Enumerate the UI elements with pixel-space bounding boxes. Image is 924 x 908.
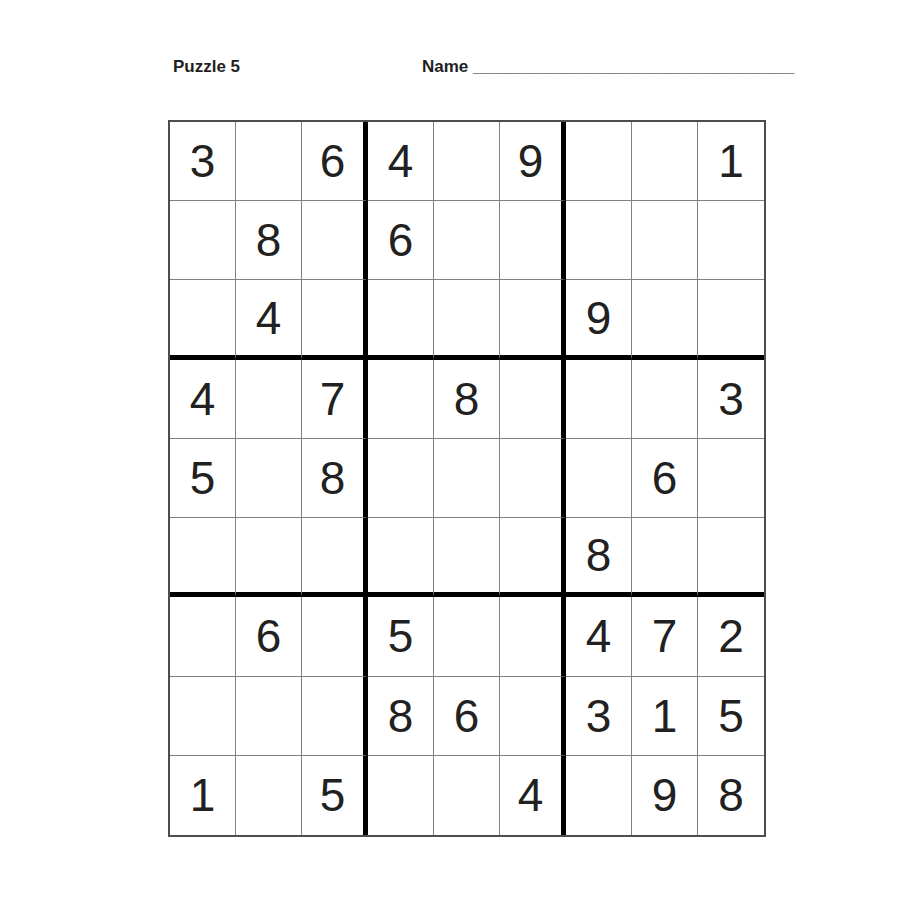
cell-r8c4[interactable]: 8 [368,677,434,756]
cell-r7c6[interactable] [500,597,566,676]
cell-r2c2[interactable]: 8 [236,201,302,280]
cell-r3c5[interactable] [434,280,500,359]
cell-r4c6[interactable] [500,360,566,439]
cell-r9c5[interactable] [434,756,500,835]
cell-r5c7[interactable] [566,439,632,518]
cell-r2c4[interactable]: 6 [368,201,434,280]
cell-r6c7[interactable]: 8 [566,518,632,597]
cell-r1c6[interactable]: 9 [500,122,566,201]
cell-r6c6[interactable] [500,518,566,597]
cell-r4c3[interactable]: 7 [302,360,368,439]
cell-r2c1[interactable] [170,201,236,280]
cell-r5c6[interactable] [500,439,566,518]
cell-r4c4[interactable] [368,360,434,439]
cell-r7c3[interactable] [302,597,368,676]
cell-r2c8[interactable] [632,201,698,280]
cell-r1c2[interactable] [236,122,302,201]
cell-r5c8[interactable]: 6 [632,439,698,518]
puzzle-title: Puzzle 5 [173,57,240,77]
cell-r8c3[interactable] [302,677,368,756]
cell-r5c9[interactable] [698,439,764,518]
cell-r6c2[interactable] [236,518,302,597]
cell-r9c3[interactable]: 5 [302,756,368,835]
cell-r4c2[interactable] [236,360,302,439]
cell-r8c5[interactable]: 6 [434,677,500,756]
cell-r5c1[interactable]: 5 [170,439,236,518]
cell-r6c5[interactable] [434,518,500,597]
cell-r7c8[interactable]: 7 [632,597,698,676]
cell-r4c7[interactable] [566,360,632,439]
worksheet-page: Puzzle 5 Name __________________________… [0,0,924,908]
cell-r6c9[interactable] [698,518,764,597]
cell-r2c6[interactable] [500,201,566,280]
cell-r7c7[interactable]: 4 [566,597,632,676]
cell-r1c8[interactable] [632,122,698,201]
cell-r3c7[interactable]: 9 [566,280,632,359]
cell-r3c2[interactable]: 4 [236,280,302,359]
cell-r3c4[interactable] [368,280,434,359]
cell-r6c4[interactable] [368,518,434,597]
cell-r7c4[interactable]: 5 [368,597,434,676]
cell-r3c8[interactable] [632,280,698,359]
cell-r9c7[interactable] [566,756,632,835]
cell-r5c3[interactable]: 8 [302,439,368,518]
cell-r4c9[interactable]: 3 [698,360,764,439]
cell-r9c4[interactable] [368,756,434,835]
cell-r4c5[interactable]: 8 [434,360,500,439]
cell-r3c3[interactable] [302,280,368,359]
cell-r4c1[interactable]: 4 [170,360,236,439]
cell-r9c6[interactable]: 4 [500,756,566,835]
cell-r6c8[interactable] [632,518,698,597]
cell-r2c9[interactable] [698,201,764,280]
name-field: Name __________________________________ [422,57,795,77]
cell-r6c3[interactable] [302,518,368,597]
cell-r3c6[interactable] [500,280,566,359]
cell-r8c6[interactable] [500,677,566,756]
cell-r8c8[interactable]: 1 [632,677,698,756]
cell-r7c1[interactable] [170,597,236,676]
cell-r1c5[interactable] [434,122,500,201]
cell-r1c7[interactable] [566,122,632,201]
name-label: Name [422,57,468,76]
cell-r9c9[interactable]: 8 [698,756,764,835]
cell-r1c4[interactable]: 4 [368,122,434,201]
cell-r1c1[interactable]: 3 [170,122,236,201]
cell-r1c3[interactable]: 6 [302,122,368,201]
name-underline: __________________________________ [473,57,794,76]
cell-r7c9[interactable]: 2 [698,597,764,676]
cell-r5c4[interactable] [368,439,434,518]
cell-r9c8[interactable]: 9 [632,756,698,835]
cell-r3c9[interactable] [698,280,764,359]
cell-r5c2[interactable] [236,439,302,518]
cell-r5c5[interactable] [434,439,500,518]
cell-r2c3[interactable] [302,201,368,280]
cell-r2c7[interactable] [566,201,632,280]
cell-r8c9[interactable]: 5 [698,677,764,756]
cell-r9c1[interactable]: 1 [170,756,236,835]
cell-r7c2[interactable]: 6 [236,597,302,676]
cell-r2c5[interactable] [434,201,500,280]
cell-r8c2[interactable] [236,677,302,756]
cell-r6c1[interactable] [170,518,236,597]
cell-r4c8[interactable] [632,360,698,439]
sudoku-board: 36491864947835868654728631515498 [168,120,766,837]
cell-r8c7[interactable]: 3 [566,677,632,756]
cell-r3c1[interactable] [170,280,236,359]
cell-r9c2[interactable] [236,756,302,835]
cell-r7c5[interactable] [434,597,500,676]
cell-r1c9[interactable]: 1 [698,122,764,201]
cell-r8c1[interactable] [170,677,236,756]
